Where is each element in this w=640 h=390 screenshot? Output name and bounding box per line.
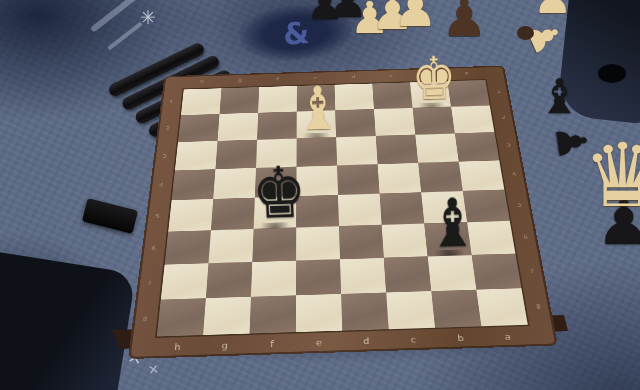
coord-label: e <box>295 337 342 348</box>
bag-opening <box>598 64 626 83</box>
square-b3[interactable] <box>415 133 458 162</box>
board-grid: ♚♝♚♝ <box>155 79 530 338</box>
square-f7[interactable] <box>251 261 296 297</box>
square-a3[interactable] <box>455 132 499 161</box>
coord-label: h <box>183 79 221 85</box>
square-h7[interactable] <box>161 263 209 299</box>
square-e8[interactable] <box>296 294 342 332</box>
coord-label: 2 <box>158 126 178 131</box>
coord-label: 4 <box>151 182 172 188</box>
coord-label: 1 <box>489 89 509 94</box>
coord-label: 7 <box>138 280 161 287</box>
square-d5[interactable] <box>338 194 382 227</box>
square-c4[interactable] <box>378 163 422 194</box>
coord-label: f <box>248 339 295 350</box>
coord-label: 3 <box>498 143 519 149</box>
white-king[interactable]: ♚ <box>411 48 451 108</box>
square-g5[interactable] <box>211 198 255 231</box>
square-f6[interactable] <box>252 228 296 262</box>
black-bishop[interactable]: ♝ <box>426 189 471 257</box>
square-c1[interactable] <box>372 82 412 109</box>
coord-label: h <box>153 342 201 353</box>
square-e6[interactable] <box>296 226 340 260</box>
coord-label: a <box>484 331 533 342</box>
coord-label: 8 <box>133 316 156 323</box>
coord-label: 4 <box>503 171 524 177</box>
coord-label: g <box>221 78 259 84</box>
square-b6[interactable]: ♝ <box>424 222 471 256</box>
square-h2[interactable] <box>178 114 220 142</box>
coord-label: c <box>372 73 410 79</box>
square-a8[interactable] <box>476 288 527 326</box>
coord-label: 2 <box>494 115 514 120</box>
square-c5[interactable] <box>380 192 425 224</box>
coord-label: 3 <box>154 153 174 159</box>
square-g2[interactable] <box>218 113 259 141</box>
square-b8[interactable] <box>431 290 481 328</box>
square-h6[interactable] <box>165 230 211 264</box>
square-h1[interactable] <box>181 88 222 115</box>
black-king[interactable]: ♚ <box>251 158 297 230</box>
square-a7[interactable] <box>472 254 522 290</box>
coord-label: b <box>437 333 485 344</box>
white-bishop[interactable]: ♝ <box>295 78 337 139</box>
square-d4[interactable] <box>337 164 380 195</box>
coord-label: f <box>259 76 297 82</box>
square-b7[interactable] <box>428 255 477 291</box>
photo-canvas: ✳ & ♟ ♟ ♟ ♟ ♟ ♟ ♟ ♟ ♝ ♟ ♟ ♛ ✕ ✕ hgfedc <box>0 0 640 390</box>
square-g7[interactable] <box>206 262 252 298</box>
square-d6[interactable] <box>339 225 384 259</box>
square-h5[interactable] <box>168 199 213 232</box>
square-f2[interactable] <box>257 112 297 140</box>
square-a2[interactable] <box>451 105 494 133</box>
square-g6[interactable] <box>208 229 253 263</box>
coord-label: 5 <box>509 202 531 208</box>
square-c6[interactable] <box>382 224 428 258</box>
square-g1[interactable] <box>220 87 260 114</box>
square-g4[interactable] <box>213 168 256 199</box>
square-e7[interactable] <box>296 259 341 295</box>
square-g8[interactable] <box>203 297 251 335</box>
coord-label: c <box>389 334 437 345</box>
square-h8[interactable] <box>157 298 206 336</box>
square-c7[interactable] <box>384 256 431 292</box>
square-b2[interactable] <box>413 107 455 135</box>
coord-label: 7 <box>520 268 543 275</box>
coord-label: 6 <box>142 246 164 252</box>
square-c2[interactable] <box>374 108 415 136</box>
coord-label: 6 <box>514 234 536 240</box>
chessboard: hgfedcba hgfedcba 12345678 12345678 ♚♝♚♝ <box>70 0 606 390</box>
coord-label: 5 <box>147 213 168 219</box>
board-frame: hgfedcba hgfedcba 12345678 12345678 ♚♝♚♝ <box>128 66 558 359</box>
coord-label: 8 <box>527 303 551 310</box>
square-f1[interactable] <box>258 86 297 113</box>
square-e2[interactable]: ♝ <box>297 110 337 138</box>
coord-label: g <box>201 340 249 351</box>
square-c8[interactable] <box>386 291 435 329</box>
coord-label: d <box>342 336 390 347</box>
square-d2[interactable] <box>335 109 375 137</box>
square-c3[interactable] <box>376 135 418 164</box>
coord-label: 1 <box>161 99 180 104</box>
square-d8[interactable] <box>341 292 389 330</box>
square-d7[interactable] <box>340 258 386 294</box>
coord-label: d <box>334 74 372 80</box>
square-d3[interactable] <box>336 136 377 165</box>
square-f8[interactable] <box>250 295 297 333</box>
square-h4[interactable] <box>172 169 216 200</box>
square-b1[interactable]: ♚ <box>410 81 451 108</box>
square-f5[interactable]: ♚ <box>254 196 297 229</box>
square-h3[interactable] <box>175 141 218 171</box>
